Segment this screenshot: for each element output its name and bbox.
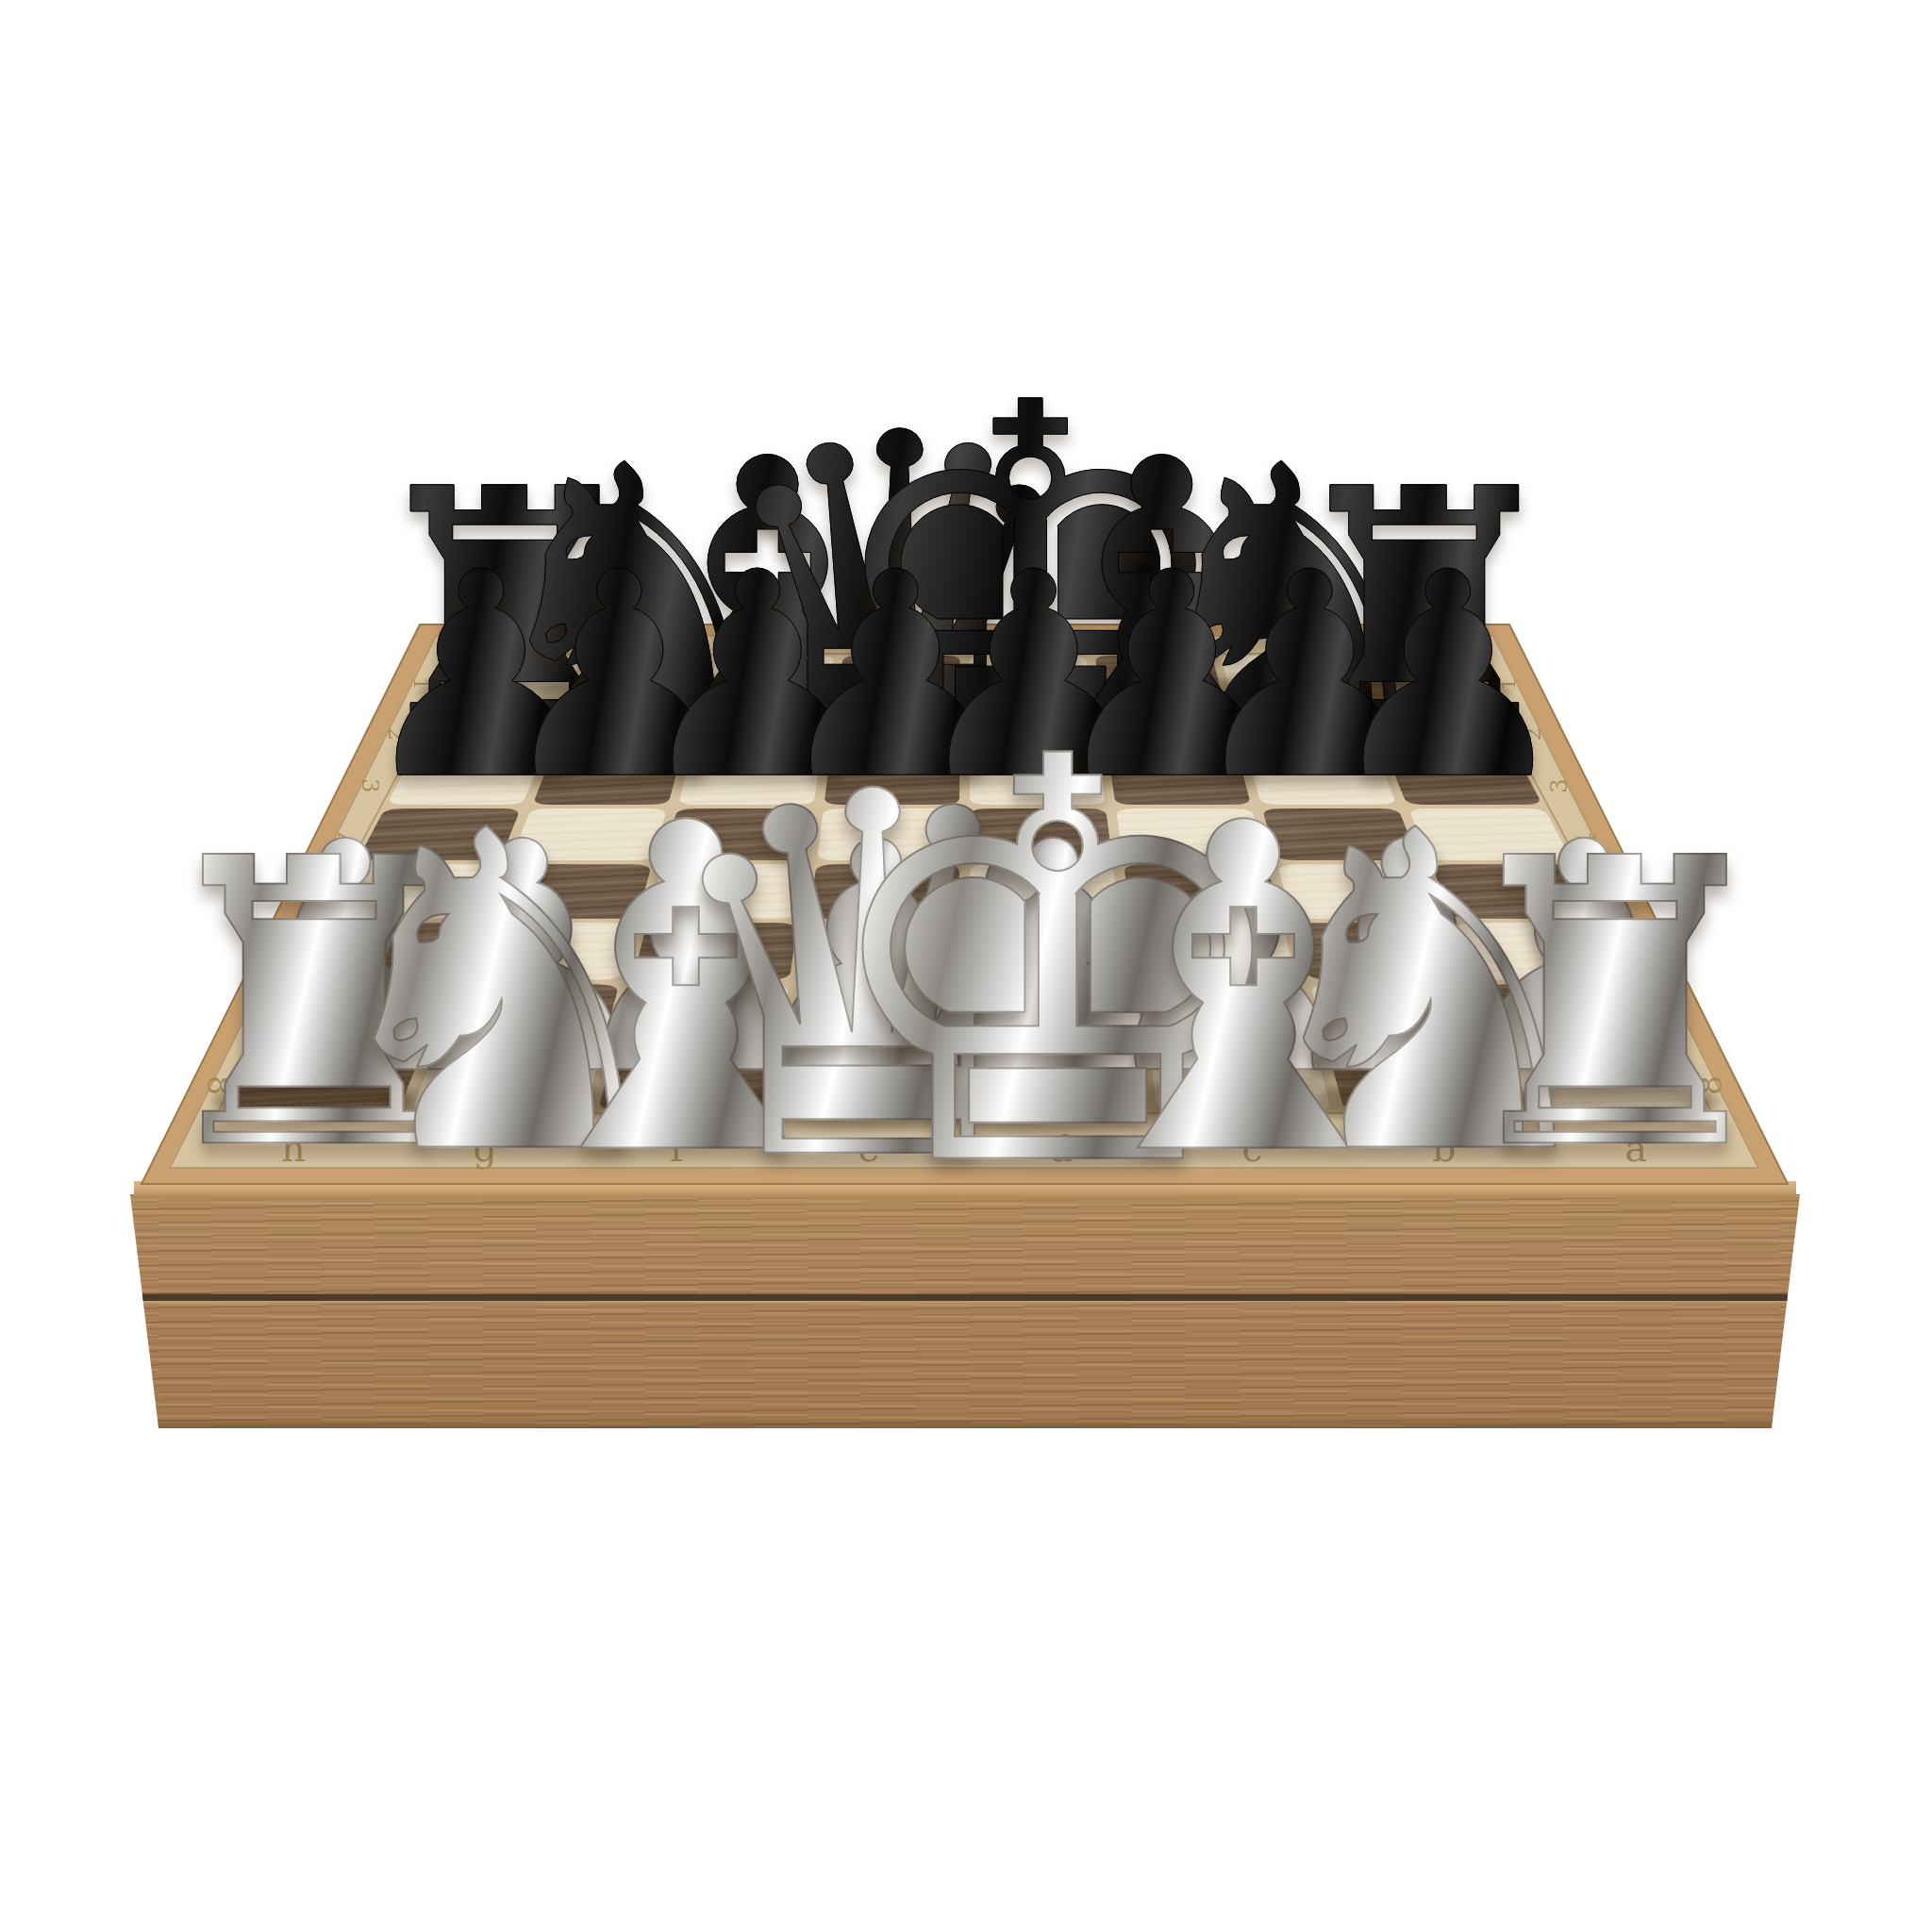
- piece-silver-rook-a8[interactable]: ♜: [1438, 808, 1792, 1204]
- pieces-layer: ♜♞♝♛♚♝♞♜♟♟♟♟♟♟♟♟♟♟♟♟♟♟♟♟♜♞♝♛♚♝♞♜: [0, 0, 1932, 1932]
- chess-set-photo: hgfedcbahgfedcba1234567812345678 ♜♞♝♛♚♝♞…: [0, 0, 1932, 1932]
